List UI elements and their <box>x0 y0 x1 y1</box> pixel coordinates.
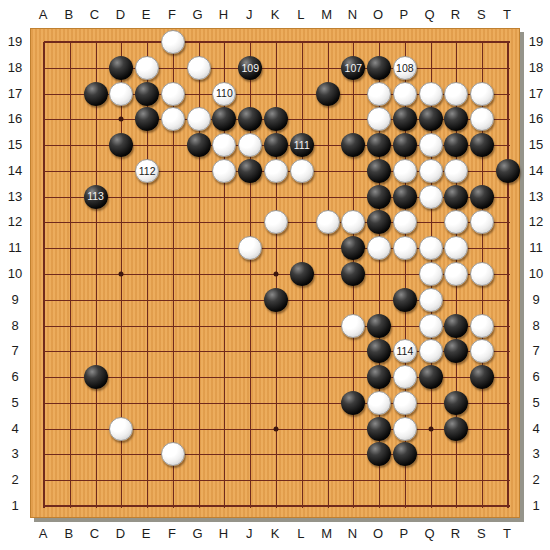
coords-left-label: 1 <box>11 499 18 512</box>
move-number-label: 107 <box>345 63 363 74</box>
stone-white-P11[interactable] <box>393 236 417 260</box>
stone-black-S6[interactable] <box>470 365 494 389</box>
stone-white-L14[interactable] <box>290 159 314 183</box>
stone-black-O8[interactable] <box>367 314 391 338</box>
stone-white-S12[interactable] <box>470 210 494 234</box>
coords-right-label: 1 <box>532 499 539 512</box>
stone-white-P6[interactable] <box>393 365 417 389</box>
stone-black-J14[interactable] <box>238 159 262 183</box>
coords-right-label: 6 <box>532 370 539 383</box>
coords-top-label: J <box>246 8 253 21</box>
stone-white-O17[interactable] <box>367 82 391 106</box>
stone-white-Q11[interactable] <box>419 236 443 260</box>
coords-bottom-label: N <box>348 527 357 540</box>
go-board-app: 109107108110111112113114 AABBCCDDEEFFGGH… <box>0 0 550 550</box>
stone-black-R8[interactable] <box>444 314 468 338</box>
coords-top-label: C <box>90 8 99 21</box>
grid-line-horizontal <box>44 505 510 507</box>
stone-black-O6[interactable] <box>367 365 391 389</box>
coords-left-label: 13 <box>8 189 22 202</box>
coords-right-label: 3 <box>532 447 539 460</box>
coords-bottom-label: O <box>373 527 383 540</box>
stone-white-F16[interactable] <box>161 107 185 131</box>
coords-left-label: 2 <box>11 473 18 486</box>
stone-black-P15[interactable] <box>393 133 417 157</box>
grid-line-vertical <box>70 42 71 508</box>
move-number-label: 111 <box>294 140 310 151</box>
stone-black-J16[interactable] <box>238 107 262 131</box>
coords-top-label: Q <box>425 8 435 21</box>
stone-black-C6[interactable] <box>84 365 108 389</box>
coords-bottom-label: G <box>193 527 203 540</box>
star-point <box>119 117 124 122</box>
stone-white-G18[interactable] <box>187 56 211 80</box>
coords-bottom-label: H <box>219 527 228 540</box>
coords-right-label: 15 <box>529 138 543 151</box>
coords-left-label: 6 <box>11 370 18 383</box>
coords-top-label: E <box>142 8 151 21</box>
coords-left-label: 19 <box>8 35 22 48</box>
grid-line-horizontal <box>44 403 510 404</box>
stone-black-D15[interactable] <box>109 133 133 157</box>
move-number-label: 113 <box>87 191 104 202</box>
coords-right-label: 7 <box>532 344 539 357</box>
stone-black-N15[interactable] <box>341 133 365 157</box>
stone-black-N18[interactable]: 107 <box>341 56 365 80</box>
stone-white-F17[interactable] <box>161 82 185 106</box>
coords-right-label: 18 <box>529 60 543 73</box>
coords-top-label: A <box>39 8 48 21</box>
coords-bottom-label: E <box>142 527 151 540</box>
coords-bottom-label: B <box>64 527 73 540</box>
stone-white-E18[interactable] <box>135 56 159 80</box>
coords-bottom-label: F <box>168 527 176 540</box>
coords-right-label: 14 <box>529 163 543 176</box>
coords-right-label: 13 <box>529 189 543 202</box>
coords-bottom-label: R <box>451 527 460 540</box>
stone-white-P5[interactable] <box>393 391 417 415</box>
coords-right-label: 9 <box>532 292 539 305</box>
stone-white-O11[interactable] <box>367 236 391 260</box>
star-point <box>274 426 279 431</box>
star-point <box>274 272 279 277</box>
coords-top-label: P <box>400 8 409 21</box>
coords-left-label: 16 <box>8 112 22 125</box>
stone-white-F3[interactable] <box>161 442 185 466</box>
stone-white-R11[interactable] <box>444 236 468 260</box>
grid-line-vertical <box>96 42 97 508</box>
grid-line-vertical <box>507 42 509 508</box>
stone-white-O5[interactable] <box>367 391 391 415</box>
stone-white-N8[interactable] <box>341 314 365 338</box>
stone-black-T14[interactable] <box>496 159 520 183</box>
stone-black-C13[interactable]: 113 <box>84 185 108 209</box>
coords-top-label: O <box>373 8 383 21</box>
go-board[interactable]: 109107108110111112113114 <box>30 28 520 518</box>
stone-white-P7[interactable]: 114 <box>393 339 417 363</box>
move-number-label: 112 <box>139 166 156 177</box>
stone-white-P12[interactable] <box>393 210 417 234</box>
coords-bottom-label: P <box>400 527 409 540</box>
coords-right-label: 8 <box>532 318 539 331</box>
stone-black-C17[interactable] <box>84 82 108 106</box>
stone-black-O14[interactable] <box>367 159 391 183</box>
stone-black-K15[interactable] <box>264 133 288 157</box>
stone-white-E14[interactable]: 112 <box>135 159 159 183</box>
stone-black-R13[interactable] <box>444 185 468 209</box>
stone-white-J15[interactable] <box>238 133 262 157</box>
stone-white-P4[interactable] <box>393 417 417 441</box>
stone-black-O12[interactable] <box>367 210 391 234</box>
coords-top-label: B <box>64 8 73 21</box>
stone-black-O3[interactable] <box>367 442 391 466</box>
stone-white-H15[interactable] <box>212 133 236 157</box>
coords-left-label: 8 <box>11 318 18 331</box>
coords-right-label: 10 <box>529 267 543 280</box>
stone-black-E17[interactable] <box>135 82 159 106</box>
coords-bottom-label: J <box>246 527 253 540</box>
coords-top-label: D <box>116 8 125 21</box>
stone-black-P16[interactable] <box>393 107 417 131</box>
grid-line-vertical <box>328 42 329 508</box>
stone-white-R12[interactable] <box>444 210 468 234</box>
move-number-label: 114 <box>397 346 414 357</box>
stone-white-M12[interactable] <box>316 210 340 234</box>
coords-left-label: 7 <box>11 344 18 357</box>
coords-left-label: 18 <box>8 60 22 73</box>
coords-top-label: M <box>321 8 332 21</box>
stone-black-O4[interactable] <box>367 417 391 441</box>
coords-top-label: N <box>348 8 357 21</box>
coords-bottom-label: K <box>271 527 280 540</box>
stone-white-J11[interactable] <box>238 236 262 260</box>
move-number-label: 109 <box>241 63 259 74</box>
stone-white-Q10[interactable] <box>419 262 443 286</box>
coords-bottom-label: A <box>39 527 48 540</box>
stone-white-R10[interactable] <box>444 262 468 286</box>
coords-right-label: 4 <box>532 421 539 434</box>
grid-line-horizontal <box>44 454 510 455</box>
stone-white-Q17[interactable] <box>419 82 443 106</box>
move-number-label: 110 <box>216 88 233 99</box>
stone-white-S10[interactable] <box>470 262 494 286</box>
stone-black-R5[interactable] <box>444 391 468 415</box>
coords-right-label: 12 <box>529 215 543 228</box>
stone-black-O18[interactable] <box>367 56 391 80</box>
stone-white-H14[interactable] <box>212 159 236 183</box>
stone-black-O13[interactable] <box>367 185 391 209</box>
stone-black-P3[interactable] <box>393 442 417 466</box>
stone-white-K14[interactable] <box>264 159 288 183</box>
coords-right-label: 17 <box>529 86 543 99</box>
coords-bottom-label: T <box>503 527 511 540</box>
stone-white-Q14[interactable] <box>419 159 443 183</box>
stone-black-J18[interactable]: 109 <box>238 56 262 80</box>
star-point <box>428 426 433 431</box>
coords-right-label: 16 <box>529 112 543 125</box>
stone-black-Q6[interactable] <box>419 365 443 389</box>
stone-black-S13[interactable] <box>470 185 494 209</box>
coords-top-label: S <box>477 8 486 21</box>
coords-left-label: 9 <box>11 292 18 305</box>
coords-top-label: T <box>503 8 511 21</box>
move-number-label: 108 <box>396 63 414 74</box>
stone-white-S7[interactable] <box>470 339 494 363</box>
coords-right-label: 2 <box>532 473 539 486</box>
stone-black-K9[interactable] <box>264 288 288 312</box>
coords-left-label: 17 <box>8 86 22 99</box>
stone-white-G16[interactable] <box>187 107 211 131</box>
stone-black-O7[interactable] <box>367 339 391 363</box>
grid-line-horizontal <box>44 41 510 43</box>
stone-white-D17[interactable] <box>109 82 133 106</box>
stone-black-N5[interactable] <box>341 391 365 415</box>
grid-line-vertical <box>43 42 45 508</box>
stone-black-L10[interactable] <box>290 262 314 286</box>
coords-left-label: 12 <box>8 215 22 228</box>
coords-bottom-label: M <box>321 527 332 540</box>
coords-top-label: H <box>219 8 228 21</box>
coords-left-label: 10 <box>8 267 22 280</box>
stone-white-O16[interactable] <box>367 107 391 131</box>
stone-white-S16[interactable] <box>470 107 494 131</box>
stone-black-N11[interactable] <box>341 236 365 260</box>
coords-bottom-label: C <box>90 527 99 540</box>
star-point <box>119 272 124 277</box>
coords-left-label: 15 <box>8 138 22 151</box>
coords-bottom-label: L <box>297 527 304 540</box>
coords-right-label: 11 <box>529 241 543 254</box>
stone-black-P9[interactable] <box>393 288 417 312</box>
coords-bottom-label: S <box>477 527 486 540</box>
coords-left-label: 3 <box>11 447 18 460</box>
stone-white-P14[interactable] <box>393 159 417 183</box>
stone-black-O15[interactable] <box>367 133 391 157</box>
coords-right-label: 19 <box>529 35 543 48</box>
stone-white-N12[interactable] <box>341 210 365 234</box>
stone-black-N10[interactable] <box>341 262 365 286</box>
stone-white-S17[interactable] <box>470 82 494 106</box>
stone-white-R14[interactable] <box>444 159 468 183</box>
stone-black-D18[interactable] <box>109 56 133 80</box>
stone-black-H16[interactable] <box>212 107 236 131</box>
stone-black-E16[interactable] <box>135 107 159 131</box>
coords-top-label: K <box>271 8 280 21</box>
stone-white-Q7[interactable] <box>419 339 443 363</box>
coords-top-label: R <box>451 8 460 21</box>
stone-white-Q15[interactable] <box>419 133 443 157</box>
stone-white-P17[interactable] <box>393 82 417 106</box>
coords-top-label: G <box>193 8 203 21</box>
coords-right-label: 5 <box>532 395 539 408</box>
coords-top-label: F <box>168 8 176 21</box>
stone-black-K16[interactable] <box>264 107 288 131</box>
grid-line-horizontal <box>44 480 510 481</box>
stone-white-Q9[interactable] <box>419 288 443 312</box>
stone-white-F19[interactable] <box>161 30 185 54</box>
stone-black-S15[interactable] <box>470 133 494 157</box>
stone-white-Q8[interactable] <box>419 314 443 338</box>
stone-white-D4[interactable] <box>109 417 133 441</box>
coords-bottom-label: Q <box>425 527 435 540</box>
coords-left-label: 4 <box>11 421 18 434</box>
coords-left-label: 11 <box>8 241 22 254</box>
stone-black-P13[interactable] <box>393 185 417 209</box>
stone-white-R17[interactable] <box>444 82 468 106</box>
stone-black-R15[interactable] <box>444 133 468 157</box>
stone-black-R4[interactable] <box>444 417 468 441</box>
coords-top-label: L <box>297 8 304 21</box>
coords-bottom-label: D <box>116 527 125 540</box>
stone-black-R16[interactable] <box>444 107 468 131</box>
stone-black-M17[interactable] <box>316 82 340 106</box>
coords-left-label: 14 <box>8 163 22 176</box>
stone-white-K12[interactable] <box>264 210 288 234</box>
coords-left-label: 5 <box>11 395 18 408</box>
stone-white-H17[interactable]: 110 <box>212 82 236 106</box>
stone-black-Q16[interactable] <box>419 107 443 131</box>
stone-black-R7[interactable] <box>444 339 468 363</box>
stone-white-S8[interactable] <box>470 314 494 338</box>
stone-white-P18[interactable]: 108 <box>393 56 417 80</box>
stone-white-Q13[interactable] <box>419 185 443 209</box>
stone-black-L15[interactable]: 111 <box>290 133 314 157</box>
stone-black-G15[interactable] <box>187 133 211 157</box>
